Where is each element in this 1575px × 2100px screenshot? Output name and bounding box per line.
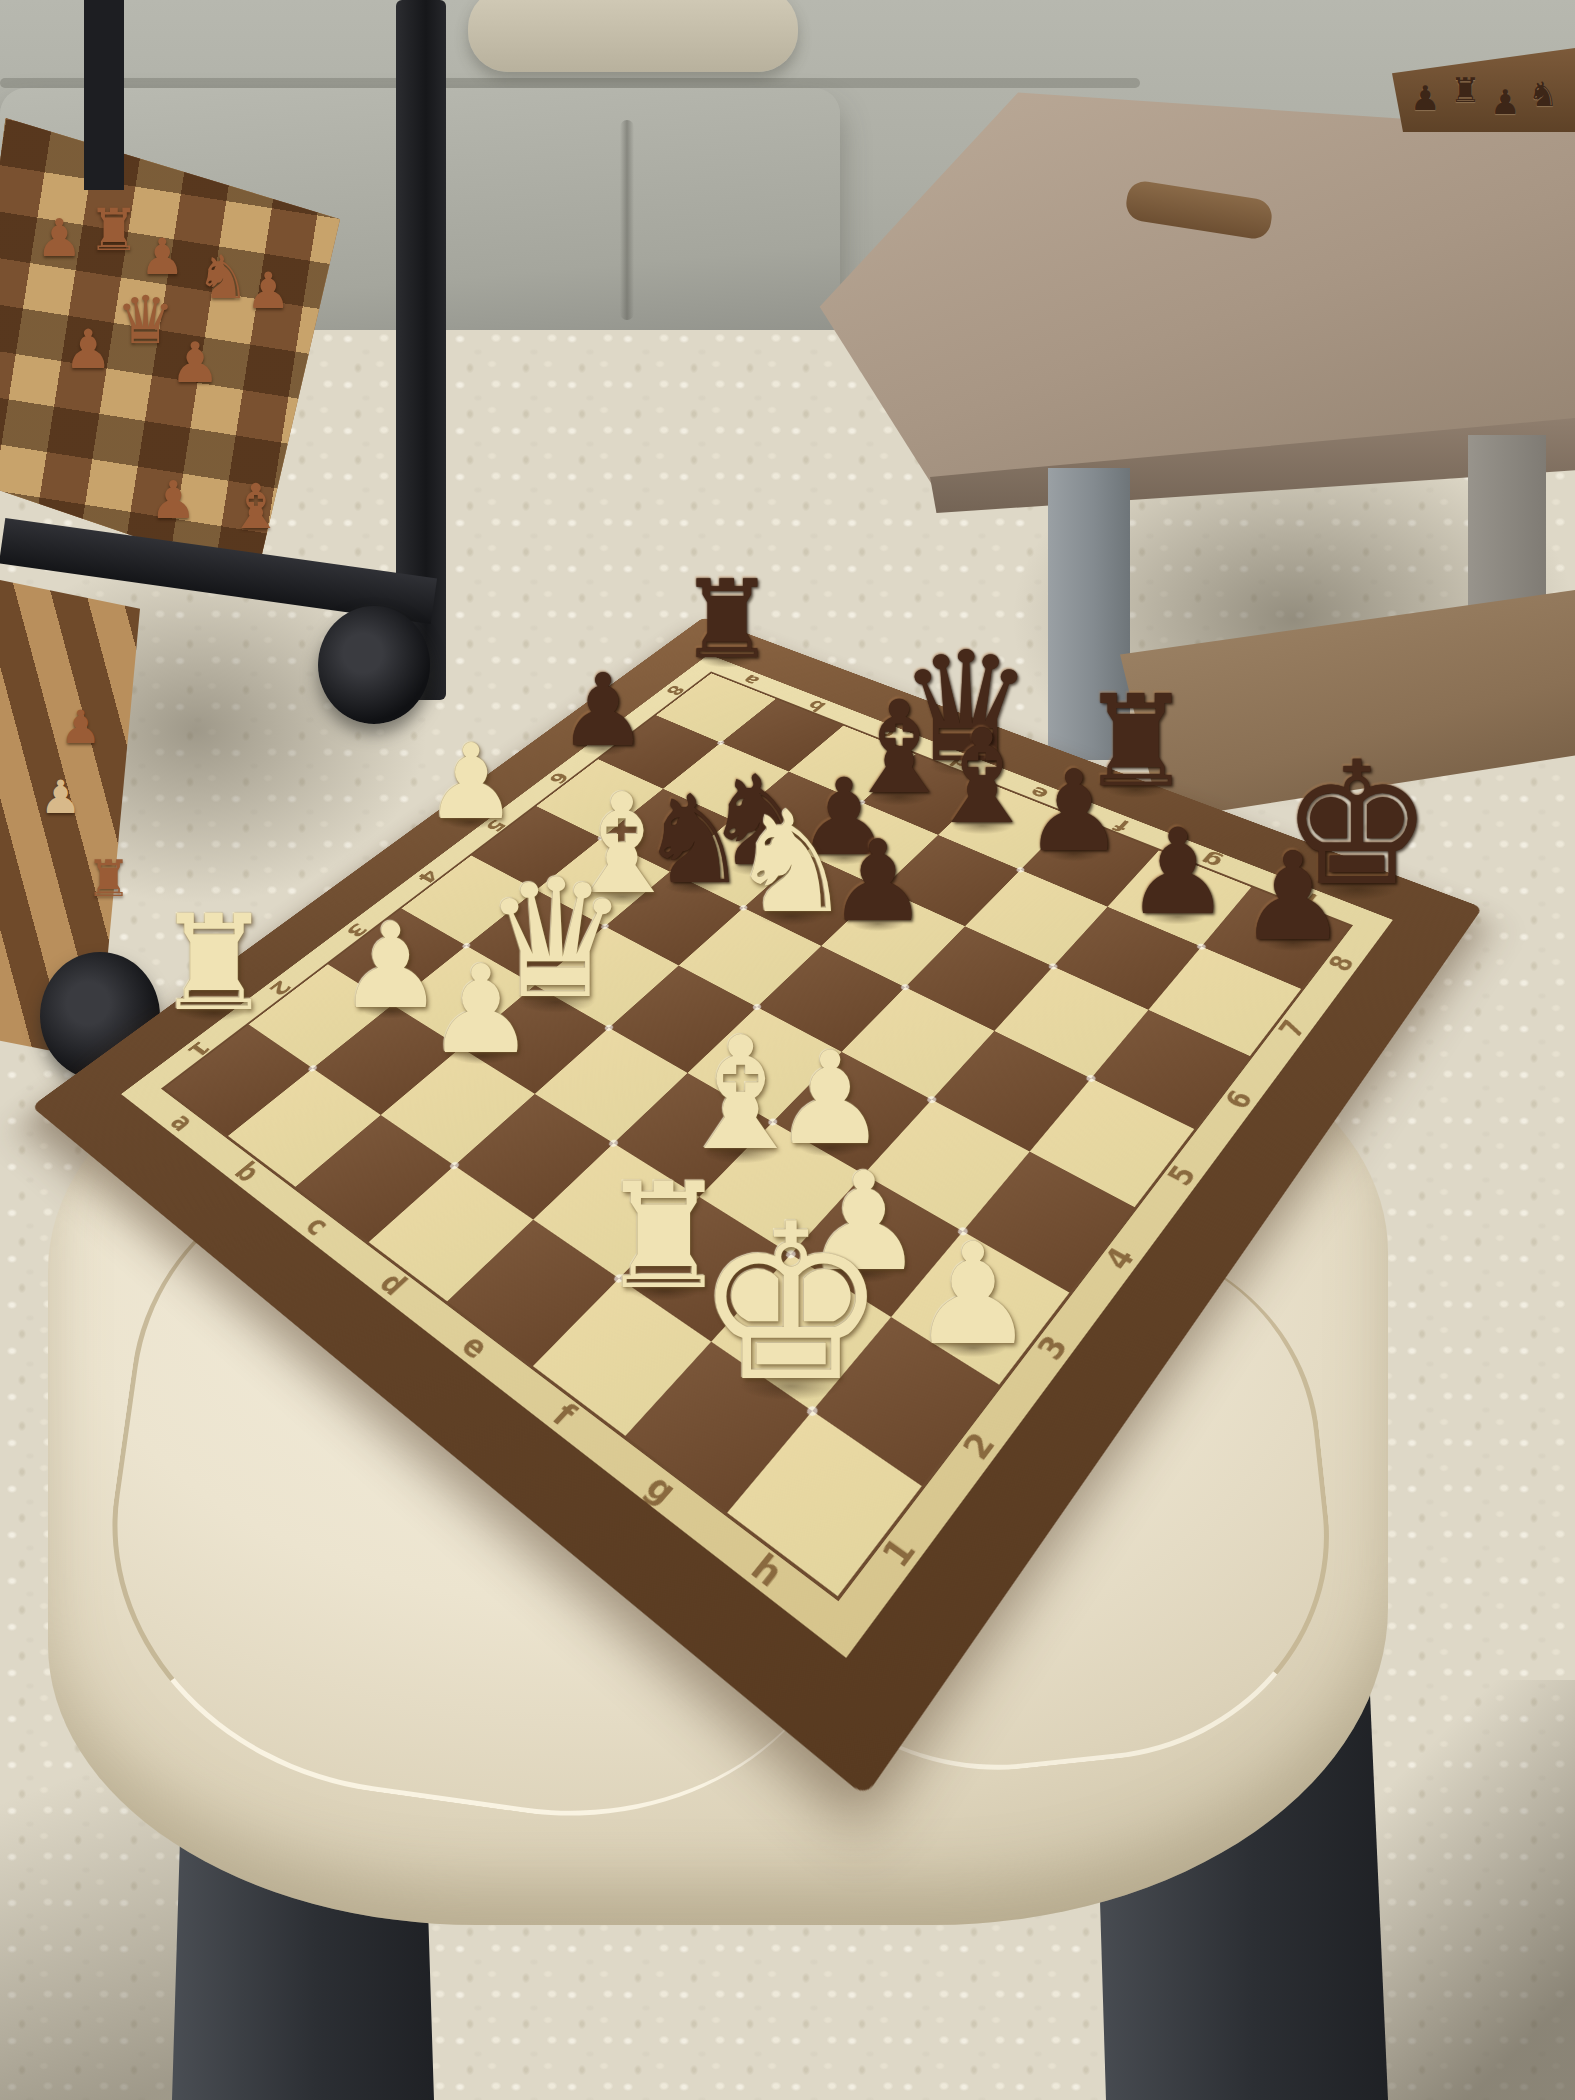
black-rook-a8: ♜ (679, 566, 776, 674)
table-mini-piece: ♜ (1450, 70, 1480, 110)
cart-chess-piece: ♞ (196, 242, 250, 312)
couch-pillow (468, 0, 798, 72)
black-pawn-f7: ♟ (1024, 755, 1124, 867)
cart-chess-piece: ♟ (170, 330, 220, 395)
black-pawn-h7: ♟ (1238, 836, 1347, 958)
black-pawn-e5: ♟ (828, 825, 928, 937)
table-mini-piece: ♟ (1410, 78, 1440, 118)
table-mini-piece: ♞ (1528, 74, 1558, 114)
cart-chess-piece: ♝ (228, 470, 284, 543)
black-pawn-g7: ♟ (1125, 813, 1231, 931)
cart-frame-bar (84, 0, 124, 190)
white-pawn-c3: ♟ (426, 949, 535, 1071)
cart-chess-piece: ♟ (150, 470, 197, 530)
cart-chess-piece: ♛ (116, 282, 175, 359)
white-pawn-a4: ♟ (424, 730, 517, 834)
cart-chess-piece: ♟ (64, 318, 112, 381)
white-pawn-h2: ♟ (910, 1225, 1036, 1365)
cart-chess-piece: ♟ (140, 228, 185, 286)
white-king-g1: ♚ (694, 1196, 888, 1412)
black-pawn-a7: ♟ (558, 661, 648, 761)
white-rook-a1: ♜ (155, 897, 273, 1029)
cart-caster-wheel (318, 606, 430, 724)
cart-chess-piece: ♜ (88, 196, 140, 264)
cart-chess-piece: ♟ (40, 770, 81, 824)
cart-chess-piece: ♟ (246, 262, 291, 320)
cart-chess-piece: ♜ (86, 850, 131, 908)
couch-fold (620, 120, 634, 320)
table-mini-piece: ♟ (1490, 82, 1520, 122)
cart-chess-piece: ♟ (60, 700, 101, 754)
board-corner-dot (448, 1160, 460, 1170)
black-bishop-e7: ♝ (924, 712, 1041, 842)
square-g6 (995, 966, 1148, 1077)
white-bishop-e3: ♝ (671, 1016, 811, 1172)
cart-chess-piece: ♟ (36, 208, 83, 268)
living-room-photo: ♟♜♟♞ ♟♜♟♞♟♛♟♟♝♟♟♟♜ 8aa87bb76cc65dd54ee43… (0, 0, 1575, 2100)
board-corner-dot (1085, 1073, 1097, 1082)
